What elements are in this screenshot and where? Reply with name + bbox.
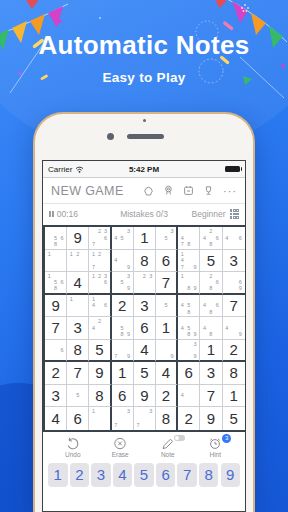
- cell-notes: 48: [201, 318, 220, 338]
- cell-notes: 49: [113, 251, 132, 271]
- cell-value: 9: [95, 364, 103, 381]
- cell-r3c3[interactable]: 1236: [89, 272, 111, 295]
- cell-r4c8[interactable]: 468: [200, 295, 222, 318]
- cell-value: 6: [74, 410, 82, 427]
- cell-r6c4[interactable]: 79: [112, 340, 134, 363]
- cell-r9c9[interactable]: 5: [223, 407, 245, 430]
- cell-r2c3[interactable]: 127: [89, 250, 111, 273]
- cell-r4c6[interactable]: 5: [156, 295, 178, 318]
- cell-r8c1[interactable]: 3: [45, 385, 67, 408]
- cell-r9c1[interactable]: 4: [45, 407, 67, 430]
- cell-notes: 568: [46, 228, 65, 248]
- cell-value: 6: [185, 364, 193, 381]
- note-label: Note: [161, 451, 175, 458]
- cell-value: 7: [207, 387, 215, 404]
- cell-value: 1: [118, 364, 126, 381]
- cell-value: 7: [74, 364, 82, 381]
- cell-notes: 5: [157, 296, 175, 316]
- cell-notes: 1: [90, 408, 108, 429]
- battery-icon: [225, 166, 240, 173]
- cell-r1c6[interactable]: 35: [156, 227, 178, 250]
- cell-value: 4: [140, 341, 148, 358]
- cell-value: 1: [229, 387, 237, 404]
- cell-r6c2[interactable]: 8: [67, 340, 89, 363]
- cell-r7c9[interactable]: 8: [223, 362, 245, 385]
- cell-r7c6[interactable]: 4: [156, 362, 178, 385]
- cell-r3c6[interactable]: 7: [156, 272, 178, 295]
- cell-r1c2[interactable]: 9: [67, 227, 89, 250]
- cell-r3c1[interactable]: 1568: [45, 272, 67, 295]
- cell-value: 6: [118, 387, 126, 404]
- cell-r5c8[interactable]: 48: [200, 317, 222, 340]
- cell-r6c8[interactable]: 1: [200, 340, 222, 363]
- cell-r8c4[interactable]: 6: [112, 385, 134, 408]
- more-icon[interactable]: ···: [223, 186, 237, 196]
- cell-value: 9: [74, 229, 82, 246]
- cell-value: 1: [140, 229, 148, 246]
- numpad-6[interactable]: 6: [156, 463, 176, 487]
- cell-notes: 24: [90, 318, 108, 338]
- cell-value: 5: [207, 252, 215, 269]
- cell-value: 4: [51, 410, 59, 427]
- nav-bar: NEW GAME ···: [43, 178, 245, 204]
- cell-r8c5[interactable]: 9: [134, 385, 156, 408]
- promo-headline: Automatic Notes Easy to Play: [0, 30, 288, 85]
- cell-notes: 589: [113, 318, 132, 338]
- cell-r4c5[interactable]: 3: [134, 295, 156, 318]
- cell-r4c1[interactable]: 9: [45, 295, 67, 318]
- page-title: NEW GAME: [51, 184, 124, 198]
- cell-r2c5[interactable]: 8: [134, 250, 156, 273]
- cell-r7c8[interactable]: 3: [200, 362, 222, 385]
- cell-value: 7: [162, 274, 170, 291]
- cell-r2c2[interactable]: 12: [67, 250, 89, 273]
- cell-notes: 49: [224, 318, 244, 338]
- cell-value: 5: [140, 364, 148, 381]
- alarm-clock-icon: [208, 437, 222, 450]
- cell-r5c5[interactable]: 6: [134, 317, 156, 340]
- cell-r2c1[interactable]: 1: [45, 250, 67, 273]
- cell-r8c7[interactable]: 4: [178, 385, 200, 408]
- cell-r1c3[interactable]: 2367: [89, 227, 111, 250]
- cell-r2c8[interactable]: 5: [200, 250, 222, 273]
- cell-r5c9[interactable]: 49: [223, 317, 245, 340]
- cell-r1c9[interactable]: 46: [223, 227, 245, 250]
- cell-r6c9[interactable]: 2: [223, 340, 245, 363]
- daily-challenge-icon[interactable]: [183, 185, 194, 196]
- cell-notes: 4589: [179, 318, 198, 338]
- number-pad: 123456789: [43, 460, 245, 487]
- cell-r1c5[interactable]: 1: [134, 227, 156, 250]
- cell-notes: 127: [90, 251, 108, 271]
- cell-notes: 1: [46, 251, 65, 271]
- promo-title: Automatic Notes: [0, 30, 288, 61]
- cell-notes: 39: [179, 341, 198, 360]
- cell-r5c3[interactable]: 24: [89, 317, 111, 340]
- undo-button[interactable]: Undo: [56, 437, 90, 458]
- numpad-9[interactable]: 9: [221, 463, 241, 487]
- numpad-2[interactable]: 2: [70, 463, 90, 487]
- cell-r1c7[interactable]: 478: [178, 227, 200, 250]
- cell-r9c3[interactable]: 1: [89, 407, 111, 430]
- cell-notes: 69: [224, 273, 244, 292]
- erase-icon: [113, 437, 127, 450]
- cell-r7c5[interactable]: 5: [134, 362, 156, 385]
- note-button[interactable]: Note: [151, 437, 185, 458]
- numpad-4[interactable]: 4: [113, 463, 133, 487]
- cell-value: 2: [162, 387, 170, 404]
- cell-r3c8[interactable]: 268: [200, 272, 222, 295]
- cell-r3c2[interactable]: 4: [67, 272, 89, 295]
- cell-r2c4[interactable]: 49: [112, 250, 134, 273]
- cell-notes: 2367: [90, 228, 108, 248]
- earpiece-speaker: [127, 134, 164, 139]
- erase-label: Erase: [112, 451, 129, 458]
- numpad-5[interactable]: 5: [134, 463, 154, 487]
- cell-value: 6: [162, 252, 170, 269]
- note-toggle-badge: [174, 435, 185, 441]
- cell-value: 3: [74, 319, 82, 336]
- front-camera: [107, 133, 114, 140]
- cell-r5c1[interactable]: 7: [45, 317, 67, 340]
- cell-notes: 35: [157, 228, 175, 248]
- cell-value: 4: [162, 364, 170, 381]
- cell-r8c2[interactable]: 5: [67, 385, 89, 408]
- cell-value: 3: [140, 297, 148, 314]
- numpad-7[interactable]: 7: [177, 463, 197, 487]
- cell-notes: 146: [90, 296, 108, 316]
- cell-r9c8[interactable]: 9: [200, 407, 222, 430]
- cell-r5c4[interactable]: 589: [112, 317, 134, 340]
- cell-notes: 268: [201, 273, 220, 292]
- cell-r3c4[interactable]: 359: [112, 272, 134, 295]
- cell-r9c7[interactable]: 2: [178, 407, 200, 430]
- sudoku-board: 5689236734513547824684611212749861479531…: [43, 225, 246, 432]
- cell-value: 8: [140, 252, 148, 269]
- numpad-8[interactable]: 8: [199, 463, 219, 487]
- cell-value: 1: [207, 341, 215, 358]
- cell-r1c4[interactable]: 345: [112, 227, 134, 250]
- cell-notes: 1: [68, 296, 87, 316]
- promo-subtitle: Easy to Play: [0, 70, 288, 85]
- cell-r2c9[interactable]: 3: [223, 250, 245, 273]
- cell-r8c6[interactable]: 2: [156, 385, 178, 408]
- cell-r5c6[interactable]: 1: [156, 317, 178, 340]
- cell-notes: 46: [224, 228, 244, 248]
- cell-notes: 79: [113, 341, 132, 360]
- cell-r6c6[interactable]: 9: [156, 340, 178, 363]
- phone-mockup: Carrier 5:42 PM NEW GAME: [33, 112, 255, 512]
- cell-r5c7[interactable]: 4589: [178, 317, 200, 340]
- medal-icon[interactable]: [163, 185, 174, 196]
- hint-count-badge: 3: [222, 434, 231, 443]
- trophy-icon[interactable]: [203, 185, 214, 196]
- cell-notes: 1236: [90, 273, 108, 292]
- cell-value: 2: [51, 364, 59, 381]
- status-bar: Carrier 5:42 PM: [43, 161, 245, 178]
- sensor-dot: [143, 119, 146, 122]
- cell-notes: 23: [135, 273, 154, 292]
- cell-notes: 1568: [46, 273, 65, 292]
- cell-notes: 2468: [201, 228, 220, 248]
- cell-r2c6[interactable]: 6: [156, 250, 178, 273]
- cell-value: 2: [185, 410, 193, 427]
- grid-icon[interactable]: [230, 209, 239, 218]
- cell-value: 5: [95, 341, 103, 358]
- cell-notes: 5: [68, 386, 87, 406]
- game-info-bar: 00:16 Mistakes 0/3 Beginner: [43, 204, 245, 224]
- cell-r2c7[interactable]: 1479: [178, 250, 200, 273]
- cell-r7c3[interactable]: 9: [89, 362, 111, 385]
- cell-value: 9: [207, 410, 215, 427]
- difficulty-label[interactable]: Beginner: [192, 209, 226, 219]
- cell-r9c5[interactable]: 37: [134, 407, 156, 430]
- cell-r4c2[interactable]: 1: [67, 295, 89, 318]
- cell-notes: 189: [179, 273, 198, 292]
- cell-r4c9[interactable]: 7: [223, 295, 245, 318]
- cell-notes: 9: [157, 341, 175, 360]
- erase-button[interactable]: Erase: [103, 437, 137, 458]
- hint-button[interactable]: 3 Hint: [198, 437, 232, 458]
- cell-value: 2: [118, 297, 126, 314]
- cell-value: 8: [95, 387, 103, 404]
- cell-r8c3[interactable]: 8: [89, 385, 111, 408]
- cell-r9c6[interactable]: 8: [156, 407, 178, 430]
- status-time: 5:42 PM: [43, 165, 245, 174]
- cell-notes: 468: [201, 296, 220, 316]
- cell-r1c8[interactable]: 2468: [200, 227, 222, 250]
- cell-r4c4[interactable]: 2: [112, 295, 134, 318]
- cell-value: 7: [229, 297, 237, 314]
- numpad-1[interactable]: 1: [48, 463, 68, 487]
- cell-notes: 1479: [179, 251, 198, 271]
- cell-r8c8[interactable]: 7: [200, 385, 222, 408]
- cell-r9c2[interactable]: 6: [67, 407, 89, 430]
- cell-value: 3: [207, 364, 215, 381]
- cell-notes: 37: [113, 408, 132, 429]
- cell-r6c1[interactable]: 6: [45, 340, 67, 363]
- undo-label: Undo: [65, 451, 81, 458]
- cell-value: 9: [51, 297, 59, 314]
- cell-notes: 4: [179, 386, 198, 406]
- cell-value: 3: [51, 387, 59, 404]
- cell-value: 9: [140, 387, 148, 404]
- cell-value: 7: [51, 319, 59, 336]
- cell-r8c9[interactable]: 1: [223, 385, 245, 408]
- cell-r7c7[interactable]: 6: [178, 362, 200, 385]
- cell-r9c4[interactable]: 37: [112, 407, 134, 430]
- cell-r1c1[interactable]: 568: [45, 227, 67, 250]
- cell-r6c3[interactable]: 5: [89, 340, 111, 363]
- cell-value: 3: [229, 252, 237, 269]
- pencil-icon: [161, 437, 175, 450]
- undo-icon: [66, 437, 80, 450]
- cell-value: 1: [162, 319, 170, 336]
- cell-value: 4: [74, 274, 82, 291]
- cell-notes: 6: [46, 341, 65, 360]
- cell-r7c4[interactable]: 1: [112, 362, 134, 385]
- app-screen: Carrier 5:42 PM NEW GAME: [42, 160, 246, 512]
- numpad-3[interactable]: 3: [91, 463, 111, 487]
- cell-value: 6: [140, 319, 148, 336]
- cell-value: 8: [229, 364, 237, 381]
- cell-r3c7[interactable]: 189: [178, 272, 200, 295]
- cell-r3c5[interactable]: 23: [134, 272, 156, 295]
- theme-icon[interactable]: [143, 185, 154, 196]
- cell-value: 8: [74, 341, 82, 358]
- cell-r7c2[interactable]: 7: [67, 362, 89, 385]
- cell-r6c7[interactable]: 39: [178, 340, 200, 363]
- cell-notes: 458: [179, 296, 198, 316]
- cell-r5c2[interactable]: 3: [67, 317, 89, 340]
- cell-value: 2: [229, 341, 237, 358]
- cell-r6c5[interactable]: 4: [134, 340, 156, 363]
- cell-value: 5: [229, 410, 237, 427]
- cell-r4c3[interactable]: 146: [89, 295, 111, 318]
- cell-notes: 37: [135, 408, 154, 429]
- toolbar: Undo Erase Note 3: [43, 432, 245, 460]
- hint-label: Hint: [209, 451, 221, 458]
- cell-notes: 359: [113, 273, 132, 292]
- cell-r3c9[interactable]: 69: [223, 272, 245, 295]
- cell-value: 8: [162, 410, 170, 427]
- promo-screenshot: Automatic Notes Easy to Play Carrier 5:4…: [0, 0, 288, 512]
- cell-notes: 478: [179, 228, 198, 248]
- cell-notes: 12: [68, 251, 87, 271]
- cell-r4c7[interactable]: 458: [178, 295, 200, 318]
- cell-notes: 345: [113, 228, 132, 248]
- cell-r7c1[interactable]: 2: [45, 362, 67, 385]
